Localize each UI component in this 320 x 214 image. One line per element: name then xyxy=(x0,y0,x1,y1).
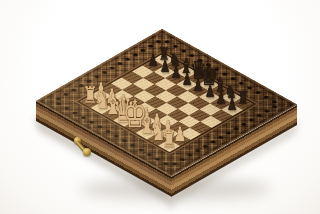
latch-knob-bottom xyxy=(83,148,91,156)
scene: ♜♞♝♛♚♝♞♜♟♟♟♟♟♟♟♟♟♟♟♟♟♟♟♟♜♞♝♛♚♝♞♜ xyxy=(0,0,320,214)
brass-latch xyxy=(70,136,96,164)
